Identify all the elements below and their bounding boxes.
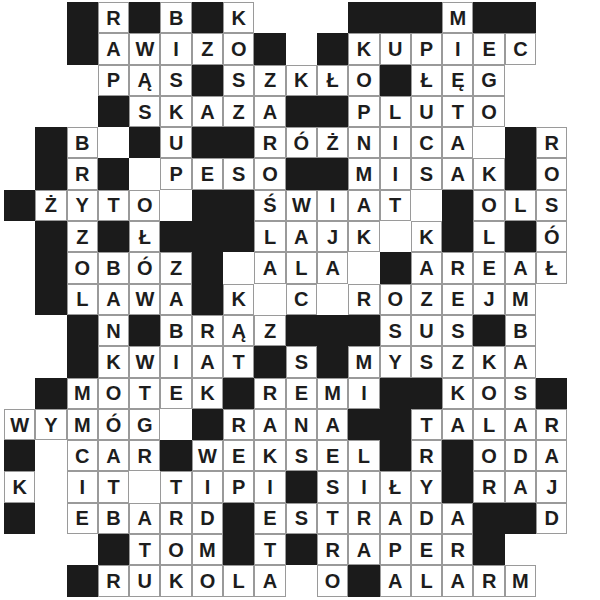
letter-cell-r4-c5[interactable]: U [160, 127, 191, 158]
letter-cell-r0-c7[interactable]: K [223, 2, 254, 33]
letter-cell-r4-c12[interactable]: I [380, 127, 411, 158]
letter-cell-r5-c17[interactable]: O [536, 158, 567, 189]
cell-r15-c1 [35, 471, 66, 502]
letter-cell-r17-c13[interactable]: E [411, 534, 442, 565]
letter-cell-r4-c9[interactable]: Ó [286, 127, 317, 158]
letter-cell-r0-c3[interactable]: R [98, 2, 129, 33]
letter-cell-r0-c14[interactable]: M [442, 2, 473, 33]
letter-cell-r7-c8[interactable]: L [254, 221, 285, 252]
letter-cell-r15-c6[interactable]: I [192, 471, 223, 502]
letter-cell-r12-c2[interactable]: M [67, 378, 98, 409]
black-cell-r10-c9 [286, 315, 317, 346]
letter-cell-r13-c2[interactable]: M [67, 409, 98, 440]
letter-cell-r10-c12[interactable]: S [380, 315, 411, 346]
cell-r8-c11 [348, 252, 379, 283]
cell-r4-c3 [98, 127, 129, 158]
letter-cell-r9-c2[interactable]: L [67, 284, 98, 315]
letter-cell-r4-c8[interactable]: R [254, 127, 285, 158]
letter-cell-r8-c17[interactable]: Ł [536, 252, 567, 283]
letter-cell-r16-c13[interactable]: D [411, 503, 442, 534]
letter-cell-r4-c10[interactable]: Ż [317, 127, 348, 158]
cell-r0-c8 [254, 2, 285, 33]
letter-cell-r8-c4[interactable]: Ó [129, 252, 160, 283]
cell-r7-c18 [567, 221, 598, 252]
letter-cell-r11-c4[interactable]: W [129, 346, 160, 377]
letter-cell-r8-c8[interactable]: A [254, 252, 285, 283]
letter-cell-r2-c9[interactable]: K [286, 65, 317, 96]
letter-cell-r9-c7[interactable]: K [223, 284, 254, 315]
letter-cell-r18-c6[interactable]: O [192, 565, 223, 596]
letter-cell-r11-c13[interactable]: S [411, 346, 442, 377]
cell-r4-c15 [473, 127, 504, 158]
letter-cell-r13-c1[interactable]: Y [35, 409, 66, 440]
letter-cell-r13-c0[interactable]: W [4, 409, 35, 440]
letter-cell-r11-c15[interactable]: K [473, 346, 504, 377]
letter-cell-r14-c3[interactable]: A [98, 440, 129, 471]
black-cell-r5-c10 [317, 158, 348, 189]
black-cell-r5-c9 [286, 158, 317, 189]
black-cell-r17-c7 [223, 534, 254, 565]
black-cell-r16-c15 [473, 503, 504, 534]
letter-cell-r13-c13[interactable]: T [411, 409, 442, 440]
letter-cell-r12-c4[interactable]: T [129, 378, 160, 409]
cell-r2-c17 [536, 65, 567, 96]
letter-cell-r15-c2[interactable]: I [67, 471, 98, 502]
cell-r14-c1 [35, 440, 66, 471]
black-cell-r17-c15 [473, 534, 504, 565]
black-cell-r3-c3 [98, 96, 129, 127]
letter-cell-r8-c9[interactable]: L [286, 252, 317, 283]
letter-cell-r17-c5[interactable]: O [160, 534, 191, 565]
letter-cell-r11-c14[interactable]: Z [442, 346, 473, 377]
black-cell-r1-c8 [254, 33, 285, 64]
letter-cell-r6-c2[interactable]: Y [67, 190, 98, 221]
letter-cell-r1-c16[interactable]: C [505, 33, 536, 64]
letter-cell-r18-c10[interactable]: O [317, 565, 348, 596]
letter-cell-r16-c11[interactable]: R [348, 503, 379, 534]
letter-cell-r5-c2[interactable]: R [67, 158, 98, 189]
letter-cell-r13-c14[interactable]: A [442, 409, 473, 440]
letter-cell-r18-c7[interactable]: L [223, 565, 254, 596]
letter-cell-r5-c7[interactable]: S [223, 158, 254, 189]
letter-cell-r15-c3[interactable]: T [98, 471, 129, 502]
cell-r6-c13 [411, 190, 442, 221]
cell-r10-c18 [567, 315, 598, 346]
letter-cell-r17-c6[interactable]: M [192, 534, 223, 565]
black-cell-r4-c1 [35, 127, 66, 158]
letter-cell-r13-c16[interactable]: A [505, 409, 536, 440]
letter-cell-r2-c11[interactable]: O [348, 65, 379, 96]
letter-cell-r7-c17[interactable]: Ó [536, 221, 567, 252]
letter-cell-r18-c5[interactable]: K [160, 565, 191, 596]
letter-cell-r16-c12[interactable]: A [380, 503, 411, 534]
letter-cell-r6-c4[interactable]: O [129, 190, 160, 221]
letter-cell-r14-c2[interactable]: C [67, 440, 98, 471]
letter-cell-r6-c10[interactable]: I [317, 190, 348, 221]
cell-r3-c0 [4, 96, 35, 127]
cell-r10-c17 [536, 315, 567, 346]
black-cell-r15-c9 [286, 471, 317, 502]
letter-cell-r9-c4[interactable]: W [129, 284, 160, 315]
black-cell-r6-c6 [192, 190, 223, 221]
letter-cell-r12-c14[interactable]: K [442, 378, 473, 409]
cell-r12-c0 [4, 378, 35, 409]
letter-cell-r3-c15[interactable]: O [473, 96, 504, 127]
letter-cell-r1-c4[interactable]: W [129, 33, 160, 64]
letter-cell-r5-c8[interactable]: O [254, 158, 285, 189]
letter-cell-r11-c16[interactable]: A [505, 346, 536, 377]
black-cell-r12-c17 [536, 378, 567, 409]
letter-cell-r1-c12[interactable]: U [380, 33, 411, 64]
black-cell-r0-c4 [129, 2, 160, 33]
letter-cell-r17-c14[interactable]: R [442, 534, 473, 565]
cell-r17-c18 [567, 534, 598, 565]
letter-cell-r11-c12[interactable]: Y [380, 346, 411, 377]
letter-cell-r5-c14[interactable]: A [442, 158, 473, 189]
letter-cell-r12-c8[interactable]: R [254, 378, 285, 409]
letter-cell-r2-c4[interactable]: Ą [129, 65, 160, 96]
letter-cell-r6-c11[interactable]: A [348, 190, 379, 221]
letter-cell-r7-c9[interactable]: A [286, 221, 317, 252]
letter-cell-r7-c13[interactable]: K [411, 221, 442, 252]
letter-cell-r9-c3[interactable]: A [98, 284, 129, 315]
letter-cell-r2-c15[interactable]: G [473, 65, 504, 96]
letter-cell-r14-c7[interactable]: E [223, 440, 254, 471]
letter-cell-r5-c11[interactable]: M [348, 158, 379, 189]
black-cell-r7-c7 [223, 221, 254, 252]
black-cell-r14-c0 [4, 440, 35, 471]
letter-cell-r12-c5[interactable]: E [160, 378, 191, 409]
letter-cell-r7-c10[interactable]: J [317, 221, 348, 252]
letter-cell-r5-c5[interactable]: P [160, 158, 191, 189]
letter-cell-r16-c10[interactable]: T [317, 503, 348, 534]
letter-cell-r16-c9[interactable]: S [286, 503, 317, 534]
letter-cell-r12-c10[interactable]: M [317, 378, 348, 409]
letter-cell-r18-c3[interactable]: R [98, 565, 129, 596]
letter-cell-r11-c3[interactable]: K [98, 346, 129, 377]
black-cell-r4-c16 [505, 127, 536, 158]
letter-cell-r16-c17[interactable]: D [536, 503, 567, 534]
letter-cell-r0-c5[interactable]: B [160, 2, 191, 33]
letter-cell-r2-c10[interactable]: Ł [317, 65, 348, 96]
letter-cell-r7-c4[interactable]: Ł [129, 221, 160, 252]
letter-cell-r12-c3[interactable]: O [98, 378, 129, 409]
letter-cell-r14-c9[interactable]: S [286, 440, 317, 471]
letter-cell-r14-c13[interactable]: R [411, 440, 442, 471]
letter-cell-r8-c5[interactable]: Z [160, 252, 191, 283]
letter-cell-r15-c10[interactable]: S [317, 471, 348, 502]
letter-cell-r15-c12[interactable]: Ł [380, 471, 411, 502]
letter-cell-r6-c15[interactable]: O [473, 190, 504, 221]
letter-cell-r9-c9[interactable]: C [286, 284, 317, 315]
letter-cell-r3-c11[interactable]: P [348, 96, 379, 127]
letter-cell-r9-c15[interactable]: J [473, 284, 504, 315]
letter-cell-r14-c4[interactable]: R [129, 440, 160, 471]
letter-cell-r3-c13[interactable]: U [411, 96, 442, 127]
letter-cell-r5-c15[interactable]: K [473, 158, 504, 189]
letter-cell-r4-c11[interactable]: N [348, 127, 379, 158]
black-cell-r14-c14 [442, 440, 473, 471]
letter-cell-r18-c8[interactable]: A [254, 565, 285, 596]
cell-r3-c17 [536, 96, 567, 127]
letter-cell-r18-c4[interactable]: U [129, 565, 160, 596]
black-cell-r12-c12 [380, 378, 411, 409]
letter-cell-r17-c4[interactable]: T [129, 534, 160, 565]
letter-cell-r9-c5[interactable]: A [160, 284, 191, 315]
black-cell-r11-c10 [317, 346, 348, 377]
letter-cell-r13-c7[interactable]: R [223, 409, 254, 440]
cell-r9-c0 [4, 284, 35, 315]
letter-cell-r10-c3[interactable]: N [98, 315, 129, 346]
black-cell-r10-c15 [473, 315, 504, 346]
black-cell-r6-c0 [4, 190, 35, 221]
letter-cell-r13-c8[interactable]: A [254, 409, 285, 440]
black-cell-r7-c16 [505, 221, 536, 252]
cell-r7-c0 [4, 221, 35, 252]
letter-cell-r4-c14[interactable]: A [442, 127, 473, 158]
black-cell-r8-c12 [380, 252, 411, 283]
letter-cell-r12-c6[interactable]: K [192, 378, 223, 409]
letter-cell-r6-c16[interactable]: L [505, 190, 536, 221]
letter-cell-r10-c6[interactable]: R [192, 315, 223, 346]
black-cell-r13-c11 [348, 409, 379, 440]
letter-cell-r5-c6[interactable]: E [192, 158, 223, 189]
cell-r4-c0 [4, 127, 35, 158]
black-cell-r0-c15 [473, 2, 504, 33]
black-cell-r8-c1 [35, 252, 66, 283]
letter-cell-r8-c13[interactable]: A [411, 252, 442, 283]
letter-cell-r1-c14[interactable]: I [442, 33, 473, 64]
letter-cell-r1-c6[interactable]: Z [192, 33, 223, 64]
black-cell-r0-c12 [380, 2, 411, 33]
letter-cell-r3-c8[interactable]: A [254, 96, 285, 127]
letter-cell-r16-c3[interactable]: B [98, 503, 129, 534]
cell-r17-c2 [67, 534, 98, 565]
letter-cell-r2-c14[interactable]: Ę [442, 65, 473, 96]
black-cell-r0-c6 [192, 2, 223, 33]
cell-r0-c1 [35, 2, 66, 33]
black-cell-r6-c7 [223, 190, 254, 221]
cell-r3-c18 [567, 96, 598, 127]
letter-cell-r13-c9[interactable]: N [286, 409, 317, 440]
black-cell-r7-c1 [35, 221, 66, 252]
cell-r8-c18 [567, 252, 598, 283]
letter-cell-r12-c11[interactable]: I [348, 378, 379, 409]
letter-cell-r15-c7[interactable]: P [223, 471, 254, 502]
black-cell-r12-c13 [411, 378, 442, 409]
letter-cell-r17-c8[interactable]: T [254, 534, 285, 565]
letter-cell-r3-c14[interactable]: T [442, 96, 473, 127]
letter-cell-r8-c16[interactable]: A [505, 252, 536, 283]
cell-r3-c16 [505, 96, 536, 127]
cell-r8-c0 [4, 252, 35, 283]
letter-cell-r15-c0[interactable]: K [4, 471, 35, 502]
letter-cell-r15-c13[interactable]: Y [411, 471, 442, 502]
cell-r4-c18 [567, 127, 598, 158]
letter-cell-r10-c5[interactable]: B [160, 315, 191, 346]
letter-cell-r10-c14[interactable]: S [442, 315, 473, 346]
letter-cell-r8-c3[interactable]: B [98, 252, 129, 283]
cell-r0-c18 [567, 2, 598, 33]
cell-r15-c4 [129, 471, 160, 502]
letter-cell-r14-c17[interactable]: A [536, 440, 567, 471]
letter-cell-r14-c8[interactable]: K [254, 440, 285, 471]
letter-cell-r1-c13[interactable]: P [411, 33, 442, 64]
black-cell-r14-c5 [160, 440, 191, 471]
black-cell-r18-c2 [67, 565, 98, 596]
letter-cell-r14-c10[interactable]: E [317, 440, 348, 471]
cell-r11-c17 [536, 346, 567, 377]
letter-cell-r18-c14[interactable]: A [442, 565, 473, 596]
letter-cell-r7-c11[interactable]: K [348, 221, 379, 252]
letter-cell-r11-c6[interactable]: A [192, 346, 223, 377]
letter-cell-r3-c6[interactable]: A [192, 96, 223, 127]
cell-r2-c18 [567, 65, 598, 96]
letter-cell-r17-c12[interactable]: P [380, 534, 411, 565]
letter-cell-r10-c8[interactable]: Z [254, 315, 285, 346]
letter-cell-r17-c11[interactable]: A [348, 534, 379, 565]
letter-cell-r1-c11[interactable]: K [348, 33, 379, 64]
letter-cell-r11-c11[interactable]: M [348, 346, 379, 377]
black-cell-r14-c12 [380, 440, 411, 471]
letter-cell-r1-c5[interactable]: I [160, 33, 191, 64]
letter-cell-r9-c16[interactable]: M [505, 284, 536, 315]
letter-cell-r9-c12[interactable]: O [380, 284, 411, 315]
letter-cell-r18-c15[interactable]: R [473, 565, 504, 596]
black-cell-r7-c6 [192, 221, 223, 252]
letter-cell-r15-c11[interactable]: I [348, 471, 379, 502]
letter-cell-r16-c14[interactable]: A [442, 503, 473, 534]
letter-cell-r10-c7[interactable]: Ą [223, 315, 254, 346]
letter-cell-r9-c13[interactable]: Z [411, 284, 442, 315]
letter-cell-r12-c9[interactable]: E [286, 378, 317, 409]
letter-cell-r6-c3[interactable]: T [98, 190, 129, 221]
black-cell-r10-c11 [348, 315, 379, 346]
letter-cell-r14-c16[interactable]: D [505, 440, 536, 471]
black-cell-r0-c11 [348, 2, 379, 33]
letter-cell-r1-c7[interactable]: O [223, 33, 254, 64]
letter-cell-r4-c17[interactable]: R [536, 127, 567, 158]
letter-cell-r12-c16[interactable]: S [505, 378, 536, 409]
letter-cell-r2-c3[interactable]: P [98, 65, 129, 96]
letter-cell-r3-c12[interactable]: L [380, 96, 411, 127]
black-cell-r13-c12 [380, 409, 411, 440]
crossword-board: RBKMAWIZOKUPIECPĄSSZKŁOŁĘGSKAZAPLUTOBURÓ… [4, 2, 599, 597]
letter-cell-r6-c17[interactable]: S [536, 190, 567, 221]
letter-cell-r4-c13[interactable]: C [411, 127, 442, 158]
black-cell-r7-c3 [98, 221, 129, 252]
letter-cell-r8-c14[interactable]: R [442, 252, 473, 283]
letter-cell-r13-c10[interactable]: A [317, 409, 348, 440]
letter-cell-r8-c10[interactable]: A [317, 252, 348, 283]
letter-cell-r5-c12[interactable]: I [380, 158, 411, 189]
black-cell-r18-c11 [348, 565, 379, 596]
letter-cell-r10-c13[interactable]: U [411, 315, 442, 346]
letter-cell-r8-c15[interactable]: E [473, 252, 504, 283]
letter-cell-r14-c15[interactable]: O [473, 440, 504, 471]
cell-r9-c18 [567, 284, 598, 315]
cell-r9-c10 [317, 284, 348, 315]
letter-cell-r1-c15[interactable]: E [473, 33, 504, 64]
letter-cell-r2-c8[interactable]: Z [254, 65, 285, 96]
letter-cell-r16-c4[interactable]: A [129, 503, 160, 534]
cell-r17-c17 [536, 534, 567, 565]
letter-cell-r11-c9[interactable]: S [286, 346, 317, 377]
letter-cell-r11-c5[interactable]: I [160, 346, 191, 377]
cell-r9-c17 [536, 284, 567, 315]
letter-cell-r6-c1[interactable]: Ż [35, 190, 66, 221]
letter-cell-r15-c15[interactable]: R [473, 471, 504, 502]
letter-cell-r12-c15[interactable]: O [473, 378, 504, 409]
letter-cell-r15-c16[interactable]: A [505, 471, 536, 502]
letter-cell-r16-c5[interactable]: R [160, 503, 191, 534]
letter-cell-r13-c17[interactable]: R [536, 409, 567, 440]
letter-cell-r16-c2[interactable]: E [67, 503, 98, 534]
letter-cell-r6-c12[interactable]: T [380, 190, 411, 221]
letter-cell-r6-c9[interactable]: W [286, 190, 317, 221]
black-cell-r1-c10 [317, 33, 348, 64]
letter-cell-r4-c2[interactable]: B [67, 127, 98, 158]
letter-cell-r9-c11[interactable]: R [348, 284, 379, 315]
cell-r5-c0 [4, 158, 35, 189]
letter-cell-r18-c12[interactable]: A [380, 565, 411, 596]
letter-cell-r5-c13[interactable]: S [411, 158, 442, 189]
cell-r6-c18 [567, 190, 598, 221]
letter-cell-r14-c11[interactable]: L [348, 440, 379, 471]
letter-cell-r3-c4[interactable]: S [129, 96, 160, 127]
cell-r11-c1 [35, 346, 66, 377]
letter-cell-r13-c4[interactable]: G [129, 409, 160, 440]
letter-cell-r11-c7[interactable]: T [223, 346, 254, 377]
letter-cell-r3-c7[interactable]: Z [223, 96, 254, 127]
cell-r0-c9 [286, 2, 317, 33]
black-cell-r4-c4 [129, 127, 160, 158]
letter-cell-r2-c7[interactable]: S [223, 65, 254, 96]
letter-cell-r9-c14[interactable]: E [442, 284, 473, 315]
cell-r1-c1 [35, 33, 66, 64]
letter-cell-r16-c8[interactable]: E [254, 503, 285, 534]
cell-r2-c16 [505, 65, 536, 96]
black-cell-r2-c6 [192, 65, 223, 96]
letter-cell-r18-c13[interactable]: L [411, 565, 442, 596]
letter-cell-r7-c15[interactable]: L [473, 221, 504, 252]
black-cell-r7-c14 [442, 221, 473, 252]
letter-cell-r10-c16[interactable]: B [505, 315, 536, 346]
black-cell-r16-c0 [4, 503, 35, 534]
cell-r16-c1 [35, 503, 66, 534]
cell-r2-c2 [67, 65, 98, 96]
letter-cell-r1-c3[interactable]: A [98, 33, 129, 64]
letter-cell-r2-c5[interactable]: S [160, 65, 191, 96]
letter-cell-r14-c6[interactable]: W [192, 440, 223, 471]
letter-cell-r6-c8[interactable]: Ś [254, 190, 285, 221]
black-cell-r1-c2 [67, 33, 98, 64]
cell-r1-c18 [567, 33, 598, 64]
letter-cell-r15-c8[interactable]: I [254, 471, 285, 502]
letter-cell-r3-c5[interactable]: K [160, 96, 191, 127]
letter-cell-r15-c5[interactable]: T [160, 471, 191, 502]
letter-cell-r18-c16[interactable]: M [505, 565, 536, 596]
letter-cell-r15-c17[interactable]: J [536, 471, 567, 502]
black-cell-r10-c10 [317, 315, 348, 346]
letter-cell-r8-c2[interactable]: O [67, 252, 98, 283]
letter-cell-r7-c2[interactable]: Z [67, 221, 98, 252]
letter-cell-r2-c13[interactable]: Ł [411, 65, 442, 96]
letter-cell-r17-c10[interactable]: R [317, 534, 348, 565]
letter-cell-r16-c6[interactable]: D [192, 503, 223, 534]
letter-cell-r13-c3[interactable]: Ó [98, 409, 129, 440]
letter-cell-r13-c15[interactable]: L [473, 409, 504, 440]
